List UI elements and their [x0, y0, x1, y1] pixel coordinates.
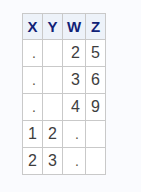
- cell-r3-w: 4: [63, 94, 86, 121]
- cell-r5-w: .: [63, 148, 86, 175]
- table-row: . 4 9: [23, 94, 106, 121]
- cell-r1-z: 5: [86, 40, 106, 67]
- cell-r2-x: .: [23, 67, 43, 94]
- cell-r2-y: [43, 67, 63, 94]
- column-header-z: Z: [86, 14, 106, 40]
- cell-r3-z: 9: [86, 94, 106, 121]
- table-row: 1 2 .: [23, 121, 106, 148]
- column-header-w: W: [63, 14, 86, 40]
- cell-r5-z: [86, 148, 106, 175]
- cell-r1-w: 2: [63, 40, 86, 67]
- cell-r4-y: 2: [43, 121, 63, 148]
- cell-r5-x: 2: [23, 148, 43, 175]
- cell-r3-x: .: [23, 94, 43, 121]
- table-header-row: X Y W Z: [23, 14, 106, 40]
- column-header-x: X: [23, 14, 43, 40]
- cell-r4-z: [86, 121, 106, 148]
- output-table: X Y W Z . 2 5 . 3 6 . 4 9 1 2 .: [22, 13, 106, 175]
- cell-r3-y: [43, 94, 63, 121]
- table-row: . 3 6: [23, 67, 106, 94]
- cell-r2-w: 3: [63, 67, 86, 94]
- cell-r1-y: [43, 40, 63, 67]
- cell-r4-w: .: [63, 121, 86, 148]
- table-row: 2 3 .: [23, 148, 106, 175]
- cell-r4-x: 1: [23, 121, 43, 148]
- table-row: . 2 5: [23, 40, 106, 67]
- cell-r1-x: .: [23, 40, 43, 67]
- column-header-y: Y: [43, 14, 63, 40]
- cell-r5-y: 3: [43, 148, 63, 175]
- cell-r2-z: 6: [86, 67, 106, 94]
